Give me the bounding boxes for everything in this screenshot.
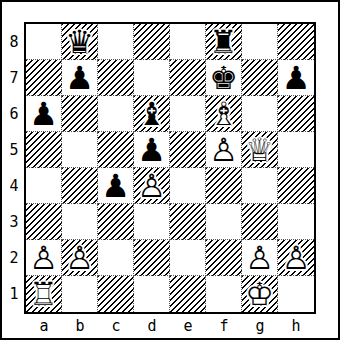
square-d3[interactable]: [134, 204, 170, 240]
square-b2[interactable]: ♟♙: [62, 240, 98, 276]
black-pawn-icon: ♟: [62, 60, 97, 95]
file-labels: abcdefgh: [26, 315, 314, 337]
file-label-d: d: [134, 315, 170, 337]
white-king-icon: ♔: [242, 276, 277, 312]
black-queen-b8[interactable]: ♛♛: [62, 24, 97, 59]
white-pawn-icon: ♙: [62, 240, 97, 275]
rank-label-7: 7: [6, 60, 22, 96]
square-h2[interactable]: ♟♙: [278, 240, 314, 276]
square-b8[interactable]: ♛♛: [62, 24, 98, 60]
square-g6[interactable]: [242, 96, 278, 132]
square-a5[interactable]: [26, 132, 62, 168]
square-g5[interactable]: ♛♕: [242, 132, 278, 168]
square-g8[interactable]: [242, 24, 278, 60]
file-label-b: b: [62, 315, 98, 337]
square-c8[interactable]: [98, 24, 134, 60]
white-king-g1[interactable]: ♚♔: [242, 276, 277, 312]
white-pawn-h2[interactable]: ♟♙: [278, 240, 314, 275]
square-h5[interactable]: [278, 132, 314, 168]
square-f5[interactable]: ♟♙: [206, 132, 242, 168]
square-c6[interactable]: [98, 96, 134, 132]
square-h6[interactable]: [278, 96, 314, 132]
square-f1[interactable]: [206, 276, 242, 312]
square-g1[interactable]: ♚♔: [242, 276, 278, 312]
rank-label-3: 3: [6, 204, 22, 240]
square-b5[interactable]: [62, 132, 98, 168]
square-c1[interactable]: [98, 276, 134, 312]
black-pawn-icon: ♟: [98, 168, 133, 203]
square-a8[interactable]: [26, 24, 62, 60]
square-d7[interactable]: [134, 60, 170, 96]
square-d2[interactable]: [134, 240, 170, 276]
square-e5[interactable]: [170, 132, 206, 168]
black-pawn-icon: ♟: [26, 96, 61, 131]
black-bishop-icon: ♝: [134, 96, 169, 131]
square-f2[interactable]: [206, 240, 242, 276]
black-king-f7[interactable]: ♚♚: [206, 60, 241, 95]
black-rook-f8[interactable]: ♜♜: [206, 24, 241, 59]
white-bishop-f6[interactable]: ♝♗: [206, 96, 241, 131]
rank-labels: 87654321: [6, 24, 22, 312]
square-a6[interactable]: ♟♟: [26, 96, 62, 132]
square-c4[interactable]: ♟♟: [98, 168, 134, 204]
black-queen-icon: ♛: [62, 24, 97, 59]
square-f3[interactable]: [206, 204, 242, 240]
square-f8[interactable]: ♜♜: [206, 24, 242, 60]
square-h1[interactable]: [278, 276, 314, 312]
square-c5[interactable]: [98, 132, 134, 168]
rank-label-6: 6: [6, 96, 22, 132]
square-e7[interactable]: [170, 60, 206, 96]
rank-label-4: 4: [6, 168, 22, 204]
square-e4[interactable]: [170, 168, 206, 204]
square-a4[interactable]: [26, 168, 62, 204]
square-d1[interactable]: [134, 276, 170, 312]
square-c7[interactable]: [98, 60, 134, 96]
square-c2[interactable]: [98, 240, 134, 276]
square-g7[interactable]: [242, 60, 278, 96]
file-label-g: g: [242, 315, 278, 337]
white-pawn-b2[interactable]: ♟♙: [62, 240, 97, 275]
square-b3[interactable]: [62, 204, 98, 240]
file-label-h: h: [278, 315, 314, 337]
square-h4[interactable]: [278, 168, 314, 204]
white-pawn-icon: ♙: [278, 240, 314, 275]
square-h3[interactable]: [278, 204, 314, 240]
chess-board[interactable]: ♛♛♜♜♟♟♚♚♟♟♟♟♝♝♝♗♟♟♟♙♛♕♟♟♟♙♟♙♟♙♟♙♟♙♜♖♚♔: [24, 22, 316, 314]
rank-label-1: 1: [6, 276, 22, 312]
rank-label-8: 8: [6, 24, 22, 60]
square-d8[interactable]: [134, 24, 170, 60]
square-e1[interactable]: [170, 276, 206, 312]
white-pawn-f5[interactable]: ♟♙: [206, 132, 241, 167]
square-d6[interactable]: ♝♝: [134, 96, 170, 132]
square-h7[interactable]: ♟♟: [278, 60, 314, 96]
black-king-icon: ♚: [206, 60, 241, 95]
file-label-a: a: [26, 315, 62, 337]
black-pawn-a6[interactable]: ♟♟: [26, 96, 61, 131]
square-a3[interactable]: [26, 204, 62, 240]
square-g2[interactable]: ♟♙: [242, 240, 278, 276]
square-e6[interactable]: [170, 96, 206, 132]
square-b4[interactable]: [62, 168, 98, 204]
black-pawn-b7[interactable]: ♟♟: [62, 60, 97, 95]
black-rook-icon: ♜: [206, 24, 241, 59]
white-pawn-icon: ♙: [26, 240, 61, 275]
file-label-e: e: [170, 315, 206, 337]
white-pawn-a2[interactable]: ♟♙: [26, 240, 61, 275]
square-b7[interactable]: ♟♟: [62, 60, 98, 96]
square-a1[interactable]: ♜♖: [26, 276, 62, 312]
square-f4[interactable]: [206, 168, 242, 204]
square-d5[interactable]: ♟♟: [134, 132, 170, 168]
rank-label-5: 5: [6, 132, 22, 168]
square-e3[interactable]: [170, 204, 206, 240]
square-h8[interactable]: [278, 24, 314, 60]
square-b6[interactable]: [62, 96, 98, 132]
white-pawn-icon: ♙: [134, 168, 169, 203]
black-pawn-d5[interactable]: ♟♟: [134, 132, 169, 167]
black-pawn-h7[interactable]: ♟♟: [278, 60, 314, 95]
white-pawn-d4[interactable]: ♟♙: [134, 168, 169, 203]
square-b1[interactable]: [62, 276, 98, 312]
white-queen-g5[interactable]: ♛♕: [242, 132, 277, 167]
square-e8[interactable]: [170, 24, 206, 60]
square-e2[interactable]: [170, 240, 206, 276]
file-label-c: c: [98, 315, 134, 337]
white-rook-icon: ♖: [26, 276, 61, 312]
white-pawn-g2[interactable]: ♟♙: [242, 240, 277, 275]
black-pawn-c4[interactable]: ♟♟: [98, 168, 133, 203]
square-g3[interactable]: [242, 204, 278, 240]
black-pawn-icon: ♟: [278, 60, 314, 95]
black-bishop-d6[interactable]: ♝♝: [134, 96, 169, 131]
square-c3[interactable]: [98, 204, 134, 240]
white-bishop-icon: ♗: [206, 96, 241, 131]
file-label-f: f: [206, 315, 242, 337]
white-pawn-icon: ♙: [206, 132, 241, 167]
white-rook-a1[interactable]: ♜♖: [26, 276, 61, 312]
white-queen-icon: ♕: [242, 132, 277, 167]
square-a7[interactable]: [26, 60, 62, 96]
chess-diagram: 87654321 ♛♛♜♜♟♟♚♚♟♟♟♟♝♝♝♗♟♟♟♙♛♕♟♟♟♙♟♙♟♙♟…: [0, 0, 340, 340]
square-d4[interactable]: ♟♙: [134, 168, 170, 204]
rank-label-2: 2: [6, 240, 22, 276]
white-pawn-icon: ♙: [242, 240, 277, 275]
square-g4[interactable]: [242, 168, 278, 204]
square-f7[interactable]: ♚♚: [206, 60, 242, 96]
square-a2[interactable]: ♟♙: [26, 240, 62, 276]
square-f6[interactable]: ♝♗: [206, 96, 242, 132]
black-pawn-icon: ♟: [134, 132, 169, 167]
